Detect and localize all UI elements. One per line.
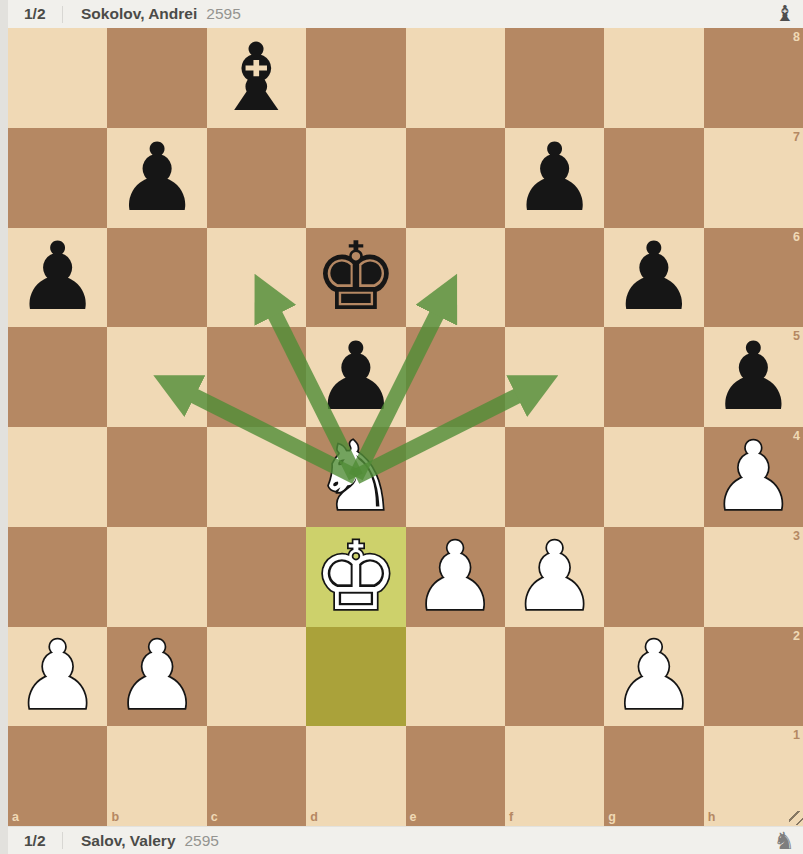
top-player-bar: 1/2 Sokolov, Andrei 2595 ♝: [0, 0, 803, 28]
file-label-b: b: [111, 810, 119, 824]
piece-black-pawn-b7[interactable]: ♟: [107, 128, 206, 228]
square-h8[interactable]: 8: [704, 28, 803, 128]
square-d3[interactable]: ♚: [306, 527, 405, 627]
piece-black-pawn-h5[interactable]: ♟: [704, 327, 803, 427]
rank-label-4: 4: [793, 429, 800, 443]
piece-black-bishop-c8[interactable]: ♝: [207, 28, 306, 128]
square-c6[interactable]: [207, 228, 306, 328]
piece-white-pawn-e3[interactable]: ♟: [406, 527, 505, 627]
square-a6[interactable]: ♟: [8, 228, 107, 328]
square-f3[interactable]: ♟: [505, 527, 604, 627]
square-g1[interactable]: g: [604, 726, 703, 826]
square-f8[interactable]: [505, 28, 604, 128]
board-resize-handle[interactable]: [789, 811, 803, 825]
square-b1[interactable]: b: [107, 726, 206, 826]
square-f4[interactable]: [505, 427, 604, 527]
bottom-player-name[interactable]: Salov, Valery: [81, 832, 176, 850]
square-a4[interactable]: [8, 427, 107, 527]
chess-board[interactable]: ♝8♟♟7♟♚♟6♟♟5♞♟4♚♟♟3♟♟♟2abcdefgh1: [8, 28, 803, 826]
square-d5[interactable]: ♟: [306, 327, 405, 427]
bar-divider: [62, 6, 63, 23]
piece-white-pawn-h4[interactable]: ♟: [704, 427, 803, 527]
square-f2[interactable]: [505, 627, 604, 727]
square-a8[interactable]: [8, 28, 107, 128]
square-f6[interactable]: [505, 228, 604, 328]
top-player-name[interactable]: Sokolov, Andrei: [81, 5, 197, 23]
square-h3[interactable]: 3: [704, 527, 803, 627]
bottom-player-bar: 1/2 Salov, Valery 2595 ♞: [0, 826, 803, 854]
square-e4[interactable]: [406, 427, 505, 527]
file-label-g: g: [608, 810, 616, 824]
file-label-d: d: [310, 810, 318, 824]
square-b3[interactable]: [107, 527, 206, 627]
square-d7[interactable]: [306, 128, 405, 228]
bar-divider: [62, 832, 63, 849]
piece-white-pawn-g2[interactable]: ♟: [604, 627, 703, 727]
piece-white-pawn-a2[interactable]: ♟: [8, 627, 107, 727]
piece-black-pawn-d5[interactable]: ♟: [306, 327, 405, 427]
square-g2[interactable]: ♟: [604, 627, 703, 727]
bottom-player-rating: 2595: [185, 832, 219, 850]
square-a1[interactable]: a: [8, 726, 107, 826]
file-label-e: e: [410, 810, 417, 824]
square-g6[interactable]: ♟: [604, 228, 703, 328]
file-label-a: a: [12, 810, 19, 824]
square-d2[interactable]: [306, 627, 405, 727]
square-a5[interactable]: [8, 327, 107, 427]
square-c4[interactable]: [207, 427, 306, 527]
file-label-c: c: [211, 810, 218, 824]
file-label-h: h: [708, 810, 716, 824]
piece-white-pawn-b2[interactable]: ♟: [107, 627, 206, 727]
square-g5[interactable]: [604, 327, 703, 427]
square-h5[interactable]: ♟5: [704, 327, 803, 427]
square-a2[interactable]: ♟: [8, 627, 107, 727]
piece-white-knight-d4[interactable]: ♞: [306, 427, 405, 527]
square-f1[interactable]: f: [505, 726, 604, 826]
file-label-f: f: [509, 810, 513, 824]
square-e7[interactable]: [406, 128, 505, 228]
square-d8[interactable]: [306, 28, 405, 128]
square-f7[interactable]: ♟: [505, 128, 604, 228]
left-gutter: [0, 0, 8, 854]
square-b5[interactable]: [107, 327, 206, 427]
square-d1[interactable]: d: [306, 726, 405, 826]
bottom-result: 1/2: [24, 832, 52, 850]
piece-black-king-d6[interactable]: ♚: [306, 228, 405, 328]
square-b4[interactable]: [107, 427, 206, 527]
square-c1[interactable]: c: [207, 726, 306, 826]
square-c5[interactable]: [207, 327, 306, 427]
top-player-rating: 2595: [206, 5, 240, 23]
square-h4[interactable]: ♟4: [704, 427, 803, 527]
square-c8[interactable]: ♝: [207, 28, 306, 128]
square-e2[interactable]: [406, 627, 505, 727]
piece-black-pawn-a6[interactable]: ♟: [8, 228, 107, 328]
square-b2[interactable]: ♟: [107, 627, 206, 727]
rank-label-5: 5: [793, 329, 800, 343]
rank-label-7: 7: [793, 130, 800, 144]
rank-label-8: 8: [793, 30, 800, 44]
square-g4[interactable]: [604, 427, 703, 527]
rank-label-6: 6: [793, 230, 800, 244]
square-e5[interactable]: [406, 327, 505, 427]
square-a3[interactable]: [8, 527, 107, 627]
rank-label-3: 3: [793, 529, 800, 543]
piece-black-pawn-g6[interactable]: ♟: [604, 228, 703, 328]
rank-label-1: 1: [793, 728, 800, 742]
square-b8[interactable]: [107, 28, 206, 128]
square-d6[interactable]: ♚: [306, 228, 405, 328]
rank-label-2: 2: [793, 629, 800, 643]
square-a7[interactable]: [8, 128, 107, 228]
square-h6[interactable]: 6: [704, 228, 803, 328]
piece-white-pawn-f3[interactable]: ♟: [505, 527, 604, 627]
square-b6[interactable]: [107, 228, 206, 328]
square-g8[interactable]: [604, 28, 703, 128]
square-e3[interactable]: ♟: [406, 527, 505, 627]
square-h2[interactable]: 2: [704, 627, 803, 727]
black-bishop-icon: ♝: [775, 3, 795, 25]
square-c2[interactable]: [207, 627, 306, 727]
square-e1[interactable]: e: [406, 726, 505, 826]
square-h7[interactable]: 7: [704, 128, 803, 228]
square-f5[interactable]: [505, 327, 604, 427]
piece-white-king-d3[interactable]: ♚: [306, 527, 405, 627]
square-g7[interactable]: [604, 128, 703, 228]
square-g3[interactable]: [604, 527, 703, 627]
piece-black-pawn-f7[interactable]: ♟: [505, 128, 604, 228]
square-e8[interactable]: [406, 28, 505, 128]
square-c3[interactable]: [207, 527, 306, 627]
square-c7[interactable]: [207, 128, 306, 228]
square-e6[interactable]: [406, 228, 505, 328]
square-b7[interactable]: ♟: [107, 128, 206, 228]
top-result: 1/2: [24, 5, 52, 23]
white-knight-icon: ♞: [773, 829, 795, 853]
square-d4[interactable]: ♞: [306, 427, 405, 527]
